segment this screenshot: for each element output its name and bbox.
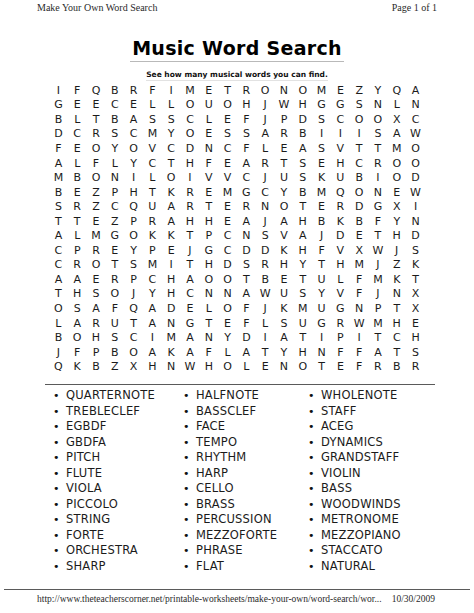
grid-cell: P xyxy=(199,228,218,243)
grid-cell: T xyxy=(293,272,312,287)
grid-cell: T xyxy=(218,83,237,98)
grid-cell: A xyxy=(237,214,256,229)
grid-cell: F xyxy=(350,272,369,287)
grid-cell: E xyxy=(105,243,124,258)
grid-cell: S xyxy=(293,170,312,185)
grid-cell: S xyxy=(105,330,124,345)
grid-cell: J xyxy=(387,243,406,258)
word-item: •RHYTHM xyxy=(183,450,308,466)
grid-cell: T xyxy=(49,214,68,229)
grid-cell: H xyxy=(331,258,350,273)
grid-cell: C xyxy=(331,112,350,127)
grid-cell: A xyxy=(87,301,106,316)
word-item: •BASSCLEF xyxy=(183,404,308,420)
grid-cell: Q xyxy=(49,359,68,374)
grid-cell: N xyxy=(312,345,331,360)
grid-cell: E xyxy=(350,228,369,243)
grid-cell: J xyxy=(181,243,200,258)
grid-cell: B xyxy=(49,185,68,200)
grid-cell: I xyxy=(312,330,331,345)
grid-cell: H xyxy=(199,359,218,374)
grid-cell: M xyxy=(87,228,106,243)
bullet-icon: • xyxy=(308,512,321,528)
grid-cell: O xyxy=(218,359,237,374)
word-label: MEZZOPIANO xyxy=(321,528,401,542)
grid-cell: R xyxy=(406,359,425,374)
grid-cell: M xyxy=(369,272,388,287)
grid-cell: M xyxy=(312,83,331,98)
word-label: QUARTERNOTE xyxy=(66,388,155,402)
word-label: STACCATO xyxy=(321,543,383,557)
grid-cell: E xyxy=(124,98,143,113)
grid-cell: O xyxy=(256,83,275,98)
grid-cell: E xyxy=(218,214,237,229)
grid-cell: K xyxy=(331,214,350,229)
footer-url: http://www.theteacherscorner.net/printab… xyxy=(37,594,382,604)
word-label: GRANDSTAFF xyxy=(321,450,399,464)
grid-cell: C xyxy=(256,185,275,200)
word-item: •DYNAMICS xyxy=(308,435,454,451)
grid-cell: P xyxy=(124,272,143,287)
grid-cell: S xyxy=(105,127,124,142)
grid-cell: K xyxy=(387,272,406,287)
grid-cell: M xyxy=(387,141,406,156)
grid-cell: L xyxy=(331,272,350,287)
grid-cell: L xyxy=(68,112,87,127)
grid-cell: U xyxy=(275,287,294,302)
word-item: •VIOLIN xyxy=(308,466,454,482)
word-item: •STRING xyxy=(53,512,183,528)
word-label: FLUTE xyxy=(66,466,102,480)
grid-cell: O xyxy=(350,112,369,127)
grid-cell: R xyxy=(87,316,106,331)
grid-cell: T xyxy=(369,330,388,345)
grid-cell: C xyxy=(387,330,406,345)
grid-cell: Q xyxy=(124,301,143,316)
word-label: BASS xyxy=(321,481,352,495)
grid-cell: S xyxy=(350,98,369,113)
bullet-icon: • xyxy=(53,512,66,528)
word-item: •GBDFA xyxy=(53,435,183,451)
word-item: •FACE xyxy=(183,419,308,435)
grid-cell: S xyxy=(162,112,181,127)
grid-cell: K xyxy=(275,243,294,258)
word-item: •PHRASE xyxy=(183,543,308,559)
grid-cell: T xyxy=(124,316,143,331)
grid-cell: R xyxy=(181,185,200,200)
grid-cell: N xyxy=(275,83,294,98)
grid-cell: S xyxy=(293,287,312,302)
grid-cell: K xyxy=(143,228,162,243)
word-item: •WHOLENOTE xyxy=(308,388,454,404)
grid-cell: N xyxy=(369,185,388,200)
grid-cell: C xyxy=(218,243,237,258)
grid-cell: M xyxy=(49,170,68,185)
grid-cell: F xyxy=(68,345,87,360)
grid-cell: A xyxy=(181,330,200,345)
grid-cell: O xyxy=(293,359,312,374)
grid-cell: L xyxy=(68,228,87,243)
grid-cell: B xyxy=(350,170,369,185)
grid-cell: N xyxy=(218,287,237,302)
grid-cell: N xyxy=(199,330,218,345)
grid-cell: Y xyxy=(218,330,237,345)
grid-cell: T xyxy=(87,112,106,127)
grid-cell: T xyxy=(293,330,312,345)
grid-cell: M xyxy=(143,127,162,142)
grid-cell: Z xyxy=(87,185,106,200)
grid-cell: E xyxy=(312,199,331,214)
grid-cell: P xyxy=(143,243,162,258)
grid-cell: O xyxy=(124,345,143,360)
grid-cell: L xyxy=(162,98,181,113)
grid-cell: T xyxy=(68,214,87,229)
grid-cell: O xyxy=(369,112,388,127)
grid-cell: J xyxy=(369,287,388,302)
word-item: •NATURAL xyxy=(308,559,454,575)
grid-cell: E xyxy=(87,98,106,113)
grid-cell: E xyxy=(312,156,331,171)
word-label: GBDFA xyxy=(66,435,106,449)
word-label: TEMPO xyxy=(196,435,237,449)
grid-cell: F xyxy=(331,345,350,360)
word-label: CELLO xyxy=(196,481,234,495)
grid-cell: A xyxy=(256,127,275,142)
grid-cell: D xyxy=(293,112,312,127)
grid-cell: O xyxy=(199,272,218,287)
grid-cell: A xyxy=(68,272,87,287)
grid-cell: E xyxy=(331,83,350,98)
grid-cell: W xyxy=(275,98,294,113)
word-item: •FLAT xyxy=(183,559,308,575)
grid-cell: C xyxy=(350,156,369,171)
grid-cell: B xyxy=(387,359,406,374)
grid-cell: J xyxy=(312,228,331,243)
word-item: •ACEG xyxy=(308,419,454,435)
grid-cell: O xyxy=(124,141,143,156)
grid-cell: G xyxy=(199,243,218,258)
word-item: •STAFF xyxy=(308,404,454,420)
grid-cell: D xyxy=(237,330,256,345)
grid-cell: C xyxy=(124,127,143,142)
grid-cell: H xyxy=(181,156,200,171)
grid-cell: C xyxy=(162,141,181,156)
grid-cell: H xyxy=(124,185,143,200)
grid-cell: S xyxy=(312,112,331,127)
bullet-icon: • xyxy=(53,466,66,482)
grid-cell: P xyxy=(331,330,350,345)
grid-cell: A xyxy=(49,228,68,243)
word-item: •GRANDSTAFF xyxy=(308,450,454,466)
grid-cell: P xyxy=(124,214,143,229)
grid-cell: A xyxy=(275,214,294,229)
grid-cell: I xyxy=(350,330,369,345)
grid-cell: Q xyxy=(331,185,350,200)
grid-cell: V xyxy=(331,141,350,156)
grid-cell: J xyxy=(49,345,68,360)
grid-cell: H xyxy=(199,214,218,229)
grid-cell: K xyxy=(162,185,181,200)
grid-cell: F xyxy=(237,301,256,316)
grid-cell: E xyxy=(218,199,237,214)
grid-cell: T xyxy=(275,156,294,171)
bullet-icon: • xyxy=(308,450,321,466)
grid-cell: F xyxy=(312,243,331,258)
grid-cell: Y xyxy=(124,156,143,171)
grid-cell: H xyxy=(293,98,312,113)
grid-cell: C xyxy=(218,141,237,156)
grid-cell: B xyxy=(312,214,331,229)
grid-cell: C xyxy=(181,112,200,127)
grid-cell: I xyxy=(181,170,200,185)
grid-cell: V xyxy=(199,170,218,185)
grid-cell: O xyxy=(218,301,237,316)
grid-cell: L xyxy=(143,170,162,185)
grid-cell: W xyxy=(406,185,425,200)
word-item: •MEZZOFORTE xyxy=(183,528,308,544)
grid-cell: H xyxy=(275,258,294,273)
grid-cell: N xyxy=(406,98,425,113)
grid-cell: B xyxy=(49,112,68,127)
grid-cell: H xyxy=(162,272,181,287)
grid-cell: C xyxy=(143,272,162,287)
grid-cell: G xyxy=(181,316,200,331)
bullet-icon: • xyxy=(53,435,66,451)
grid-cell: Z xyxy=(105,214,124,229)
bullet-icon: • xyxy=(308,419,321,435)
grid-cell: J xyxy=(256,98,275,113)
grid-cell: U xyxy=(293,316,312,331)
grid-cell: A xyxy=(237,287,256,302)
grid-cell: O xyxy=(162,170,181,185)
grid-cell: S xyxy=(143,112,162,127)
grid-cell: B xyxy=(105,345,124,360)
grid-cell: T xyxy=(237,272,256,287)
grid-cell: Q xyxy=(124,199,143,214)
grid-cell: U xyxy=(312,272,331,287)
grid-cell: L xyxy=(387,98,406,113)
grid-cell: R xyxy=(331,199,350,214)
grid-cell: C xyxy=(181,287,200,302)
grid-cell: Y xyxy=(143,287,162,302)
grid-cell: M xyxy=(143,258,162,273)
grid-cell: C xyxy=(49,243,68,258)
grid-cell: A xyxy=(162,199,181,214)
word-item: •METRONOME xyxy=(308,512,454,528)
grid-cell: E xyxy=(275,272,294,287)
grid-cell: F xyxy=(68,83,87,98)
word-label: MEZZOFORTE xyxy=(196,528,277,542)
word-label: DYNAMICS xyxy=(321,435,383,449)
grid-cell: A xyxy=(181,272,200,287)
grid-cell: N xyxy=(256,199,275,214)
grid-cell: L xyxy=(237,359,256,374)
grid-cell: F xyxy=(369,214,388,229)
grid-cell: Z xyxy=(87,199,106,214)
grid-cell: H xyxy=(293,214,312,229)
grid-cell: N xyxy=(369,98,388,113)
bullet-icon: • xyxy=(183,543,196,559)
grid-cell: C xyxy=(124,330,143,345)
grid-cell: A xyxy=(162,214,181,229)
bullet-icon: • xyxy=(183,528,196,544)
footer-separator xyxy=(4,589,470,590)
word-label: ORCHESTRA xyxy=(66,543,138,557)
grid-cell: V xyxy=(143,141,162,156)
grid-cell: V xyxy=(331,243,350,258)
grid-cell: F xyxy=(350,359,369,374)
grid-cell: W xyxy=(350,316,369,331)
header-left-text: Make Your Own Word Search xyxy=(37,2,157,13)
bullet-icon: • xyxy=(308,559,321,575)
grid-cell: L xyxy=(68,156,87,171)
grid-cell: R xyxy=(124,83,143,98)
word-item: •HALFNOTE xyxy=(183,388,308,404)
grid-cell: F xyxy=(237,316,256,331)
word-column: •HALFNOTE•BASSCLEF•FACE•TEMPO•RHYTHM•HAR… xyxy=(183,388,308,574)
grid-cell: L xyxy=(49,316,68,331)
grid-cell: H xyxy=(199,258,218,273)
grid-cell: O xyxy=(68,330,87,345)
word-item: •PICCOLO xyxy=(53,497,183,513)
grid-cell: A xyxy=(49,156,68,171)
bullet-icon: • xyxy=(308,528,321,544)
grid-cell: I xyxy=(162,83,181,98)
grid-cell: X xyxy=(350,243,369,258)
word-label: FACE xyxy=(196,419,225,433)
grid-cell: R xyxy=(331,316,350,331)
bullet-icon: • xyxy=(183,466,196,482)
grid-cell: A xyxy=(143,301,162,316)
grid-cell: T xyxy=(312,258,331,273)
grid-cell: R xyxy=(87,243,106,258)
bullet-icon: • xyxy=(53,419,66,435)
grid-cell: E xyxy=(199,127,218,142)
grid-cell: S xyxy=(256,228,275,243)
word-item: •FLUTE xyxy=(53,466,183,482)
grid-cell: I xyxy=(331,127,350,142)
grid-cell: Y xyxy=(162,127,181,142)
word-item: •SHARP xyxy=(53,559,183,575)
grid-cell: A xyxy=(293,141,312,156)
grid-cell: X xyxy=(406,301,425,316)
grid-cell: T xyxy=(312,359,331,374)
grid-cell: N xyxy=(199,141,218,156)
grid-cell: R xyxy=(237,83,256,98)
word-label: RHYTHM xyxy=(196,450,246,464)
word-label: HALFNOTE xyxy=(196,388,259,402)
grid-cell: Y xyxy=(387,214,406,229)
grid-cell: E xyxy=(181,301,200,316)
grid-cell: V xyxy=(331,287,350,302)
grid-cell: S xyxy=(312,141,331,156)
grid-cell: Z xyxy=(387,258,406,273)
grid-cell: G xyxy=(369,199,388,214)
grid-cell: Y xyxy=(275,345,294,360)
grid-cell: O xyxy=(87,141,106,156)
grid-cell: C xyxy=(105,98,124,113)
grid-cell: E xyxy=(68,141,87,156)
grid-cell: Z xyxy=(105,359,124,374)
bullet-icon: • xyxy=(53,497,66,513)
word-list: •QUARTERNOTE•TREBLECLEF•EGBDF•GBDFA•PITC… xyxy=(53,388,454,574)
grid-cell: V xyxy=(218,170,237,185)
word-label: HARP xyxy=(196,466,228,480)
grid-cell: H xyxy=(237,98,256,113)
grid-cell: N xyxy=(350,301,369,316)
grid-cell: S xyxy=(49,199,68,214)
grid-cell: S xyxy=(237,258,256,273)
grid-cell: S xyxy=(87,287,106,302)
grid-cell: U xyxy=(105,316,124,331)
grid-cell: A xyxy=(369,345,388,360)
grid-cell: L xyxy=(143,98,162,113)
header-page-number: Page 1 of 1 xyxy=(392,2,437,13)
grid-cell: H xyxy=(293,243,312,258)
grid-cell: B xyxy=(350,214,369,229)
word-item: •PITCH xyxy=(53,450,183,466)
grid-cell: F xyxy=(143,83,162,98)
grid-cell: E xyxy=(218,316,237,331)
word-list-separator xyxy=(45,384,435,385)
grid-cell: R xyxy=(143,214,162,229)
grid-cell: E xyxy=(275,141,294,156)
bullet-icon: • xyxy=(183,419,196,435)
grid-cell: P xyxy=(369,301,388,316)
grid-cell: R xyxy=(237,199,256,214)
grid-cell: D xyxy=(406,228,425,243)
grid-cell: F xyxy=(199,345,218,360)
word-item: •TREBLECLEF xyxy=(53,404,183,420)
word-item: •BASS xyxy=(308,481,454,497)
grid-cell: E xyxy=(87,214,106,229)
grid-cell: N xyxy=(105,170,124,185)
word-item: •ORCHESTRA xyxy=(53,543,183,559)
grid-cell: O xyxy=(87,258,106,273)
grid-cell: L xyxy=(105,156,124,171)
grid-cell: F xyxy=(49,141,68,156)
word-label: SHARP xyxy=(66,559,106,573)
grid-cell: X xyxy=(406,287,425,302)
word-label: VIOLA xyxy=(66,481,102,495)
grid-cell: A xyxy=(68,316,87,331)
bullet-icon: • xyxy=(308,435,321,451)
grid-cell: L xyxy=(256,316,275,331)
grid-cell: G xyxy=(331,301,350,316)
grid-cell: Y xyxy=(369,83,388,98)
grid-cell: N xyxy=(387,287,406,302)
grid-cell: C xyxy=(406,112,425,127)
bullet-icon: • xyxy=(183,435,196,451)
word-item: •BRASS xyxy=(183,497,308,513)
bullet-icon: • xyxy=(53,543,66,559)
grid-cell: E xyxy=(256,359,275,374)
footer-date: 10/30/2009 xyxy=(392,594,435,604)
grid-cell: E xyxy=(406,316,425,331)
grid-cell: N xyxy=(237,228,256,243)
word-item: •CELLO xyxy=(183,481,308,497)
word-label: FLAT xyxy=(196,559,224,573)
grid-cell: Y xyxy=(312,287,331,302)
grid-cell: J xyxy=(369,258,388,273)
grid-cell: Z xyxy=(350,83,369,98)
grid-cell: T xyxy=(143,185,162,200)
grid-cell: M xyxy=(369,316,388,331)
grid-cell: P xyxy=(68,243,87,258)
grid-cell: J xyxy=(256,301,275,316)
grid-cell: T xyxy=(406,272,425,287)
grid-cell: E xyxy=(331,359,350,374)
